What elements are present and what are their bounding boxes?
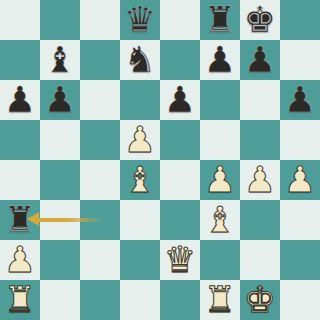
square-c6[interactable]: [80, 80, 120, 120]
piece-black-pawn[interactable]: ♟: [4, 80, 36, 120]
square-g8[interactable]: ♚: [240, 0, 280, 40]
piece-black-knight[interactable]: ♞: [124, 40, 156, 80]
square-g3[interactable]: [240, 200, 280, 240]
square-d4[interactable]: ♝: [120, 160, 160, 200]
square-f7[interactable]: ♟: [200, 40, 240, 80]
piece-white-queen[interactable]: ♛: [164, 240, 196, 280]
square-b2[interactable]: [40, 240, 80, 280]
square-e5[interactable]: [160, 120, 200, 160]
square-c8[interactable]: [80, 0, 120, 40]
square-f8[interactable]: ♜: [200, 0, 240, 40]
square-g6[interactable]: [240, 80, 280, 120]
square-f2[interactable]: [200, 240, 240, 280]
square-h3[interactable]: [280, 200, 320, 240]
square-e8[interactable]: [160, 0, 200, 40]
square-b5[interactable]: [40, 120, 80, 160]
square-g2[interactable]: [240, 240, 280, 280]
square-a8[interactable]: [0, 0, 40, 40]
square-d5[interactable]: ♟: [120, 120, 160, 160]
square-b3[interactable]: [40, 200, 80, 240]
square-a2[interactable]: ♟: [0, 240, 40, 280]
piece-white-pawn[interactable]: ♟: [244, 160, 276, 200]
piece-black-queen[interactable]: ♛: [124, 0, 156, 40]
piece-white-rook[interactable]: ♜: [4, 280, 36, 320]
square-b8[interactable]: [40, 0, 80, 40]
square-c1[interactable]: [80, 280, 120, 320]
square-h6[interactable]: ♟: [280, 80, 320, 120]
square-c3[interactable]: [80, 200, 120, 240]
square-h1[interactable]: [280, 280, 320, 320]
piece-black-king[interactable]: ♚: [244, 0, 276, 40]
piece-white-rook[interactable]: ♜: [204, 280, 236, 320]
piece-white-king[interactable]: ♚: [244, 280, 276, 320]
square-a7[interactable]: [0, 40, 40, 80]
square-c5[interactable]: [80, 120, 120, 160]
square-a1[interactable]: ♜: [0, 280, 40, 320]
square-a4[interactable]: [0, 160, 40, 200]
piece-white-pawn[interactable]: ♟: [204, 160, 236, 200]
square-h7[interactable]: [280, 40, 320, 80]
square-c2[interactable]: [80, 240, 120, 280]
chess-board-container: ♛♜♚♝♞♟♟♟♟♟♟♟♝♟♟♟♜♝♟♛♜♜♚: [0, 0, 320, 320]
square-e7[interactable]: [160, 40, 200, 80]
square-f5[interactable]: [200, 120, 240, 160]
square-c7[interactable]: [80, 40, 120, 80]
square-b6[interactable]: ♟: [40, 80, 80, 120]
square-f6[interactable]: [200, 80, 240, 120]
piece-black-pawn[interactable]: ♟: [44, 80, 76, 120]
square-e1[interactable]: [160, 280, 200, 320]
piece-white-bishop[interactable]: ♝: [124, 160, 156, 200]
square-b1[interactable]: [40, 280, 80, 320]
square-d8[interactable]: ♛: [120, 0, 160, 40]
chess-board: ♛♜♚♝♞♟♟♟♟♟♟♟♝♟♟♟♜♝♟♛♜♜♚: [0, 0, 320, 320]
piece-white-pawn[interactable]: ♟: [4, 240, 36, 280]
square-b7[interactable]: ♝: [40, 40, 80, 80]
square-h4[interactable]: ♟: [280, 160, 320, 200]
square-g4[interactable]: ♟: [240, 160, 280, 200]
square-f1[interactable]: ♜: [200, 280, 240, 320]
square-e4[interactable]: [160, 160, 200, 200]
square-g7[interactable]: ♟: [240, 40, 280, 80]
square-d3[interactable]: [120, 200, 160, 240]
piece-white-bishop[interactable]: ♝: [204, 200, 236, 240]
square-h5[interactable]: [280, 120, 320, 160]
piece-black-pawn[interactable]: ♟: [164, 80, 196, 120]
piece-white-pawn[interactable]: ♟: [284, 160, 316, 200]
square-a6[interactable]: ♟: [0, 80, 40, 120]
square-d2[interactable]: [120, 240, 160, 280]
square-e6[interactable]: ♟: [160, 80, 200, 120]
piece-black-rook[interactable]: ♜: [4, 200, 36, 240]
square-d7[interactable]: ♞: [120, 40, 160, 80]
piece-black-pawn[interactable]: ♟: [284, 80, 316, 120]
square-h2[interactable]: [280, 240, 320, 280]
square-c4[interactable]: [80, 160, 120, 200]
square-e3[interactable]: [160, 200, 200, 240]
square-a5[interactable]: [0, 120, 40, 160]
square-d1[interactable]: [120, 280, 160, 320]
square-h8[interactable]: [280, 0, 320, 40]
piece-black-bishop[interactable]: ♝: [44, 40, 76, 80]
square-a3[interactable]: ♜: [0, 200, 40, 240]
square-b4[interactable]: [40, 160, 80, 200]
square-f4[interactable]: ♟: [200, 160, 240, 200]
square-g1[interactable]: ♚: [240, 280, 280, 320]
square-d6[interactable]: [120, 80, 160, 120]
piece-white-pawn[interactable]: ♟: [124, 120, 156, 160]
piece-black-pawn[interactable]: ♟: [244, 40, 276, 80]
piece-black-pawn[interactable]: ♟: [204, 40, 236, 80]
piece-black-rook[interactable]: ♜: [204, 0, 236, 40]
square-g5[interactable]: [240, 120, 280, 160]
square-f3[interactable]: ♝: [200, 200, 240, 240]
square-e2[interactable]: ♛: [160, 240, 200, 280]
